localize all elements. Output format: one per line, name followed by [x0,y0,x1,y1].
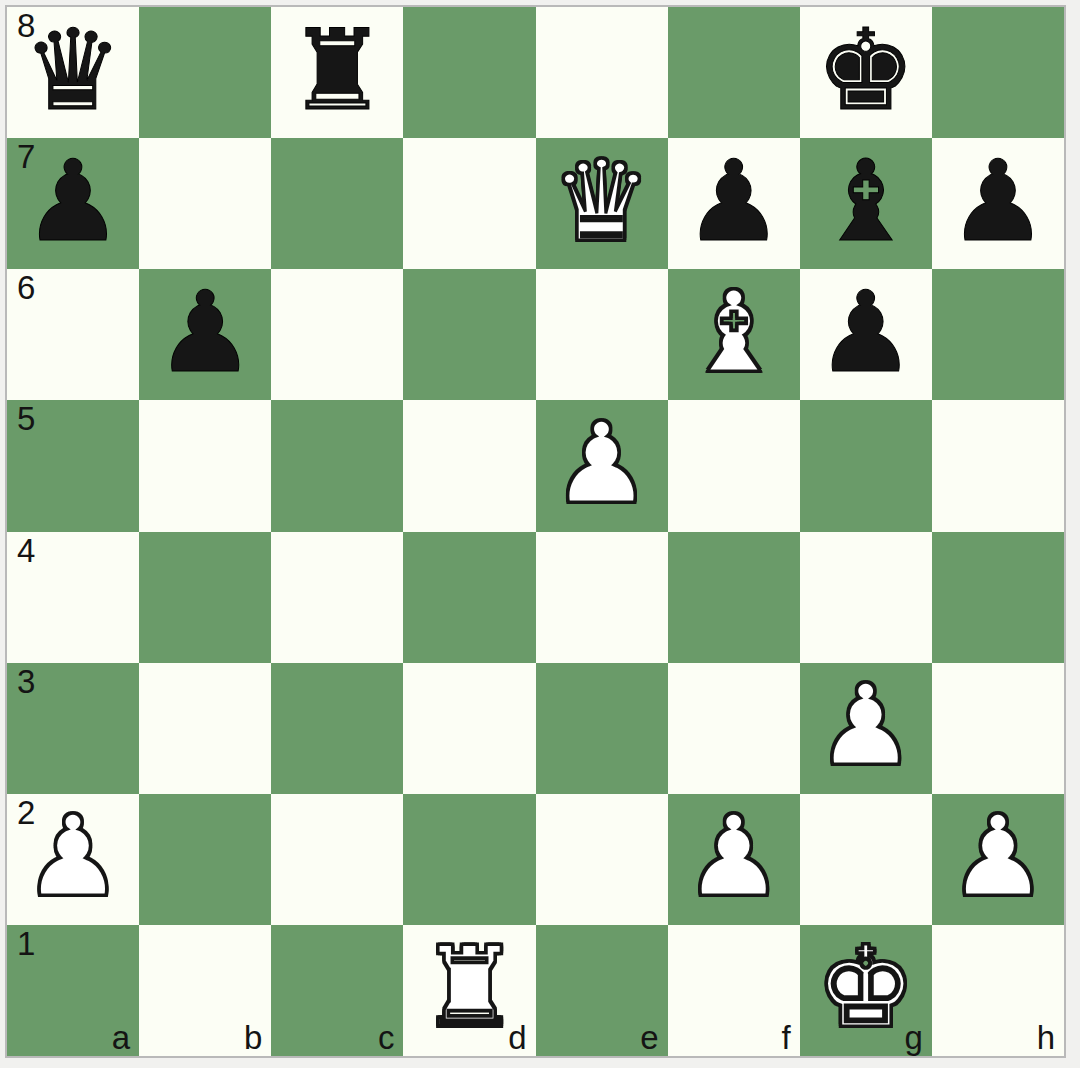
square-f5[interactable] [668,400,800,531]
chess-board: 8♛♜♚7♟♛♟♝♟6♟♝♟5♟43♟2♟♟♟1abcd♜efg♚h [7,7,1064,1056]
black-queen-a8[interactable]: ♛ [23,14,123,126]
file-label-h: h [1037,1020,1055,1056]
square-h2[interactable]: ♟ [932,794,1064,925]
square-h4[interactable] [932,532,1064,663]
file-label-c: c [378,1020,395,1056]
square-c7[interactable] [271,138,403,269]
square-a7[interactable]: 7♟ [7,138,139,269]
square-d7[interactable] [403,138,535,269]
square-c3[interactable] [271,663,403,794]
square-e5[interactable]: ♟ [536,400,668,531]
square-d4[interactable] [403,532,535,663]
rank-label-1: 1 [17,926,35,962]
square-h6[interactable] [932,269,1064,400]
square-f6[interactable]: ♝ [668,269,800,400]
rank-label-5: 5 [17,401,35,437]
square-g8[interactable]: ♚ [800,7,932,138]
white-pawn-a2[interactable]: ♟ [23,800,123,912]
square-g7[interactable]: ♝ [800,138,932,269]
square-g3[interactable]: ♟ [800,663,932,794]
square-a4[interactable]: 4 [7,532,139,663]
square-b4[interactable] [139,532,271,663]
white-pawn-h2[interactable]: ♟ [948,800,1048,912]
square-g6[interactable]: ♟ [800,269,932,400]
square-c5[interactable] [271,400,403,531]
file-label-d: d [508,1020,526,1056]
square-c2[interactable] [271,794,403,925]
black-rook-c8[interactable]: ♜ [287,14,387,126]
square-h1[interactable]: h [932,925,1064,1056]
square-a1[interactable]: 1a [7,925,139,1056]
square-b7[interactable] [139,138,271,269]
file-label-g: g [905,1020,923,1056]
square-g5[interactable] [800,400,932,531]
square-c8[interactable]: ♜ [271,7,403,138]
square-a8[interactable]: 8♛ [7,7,139,138]
square-f3[interactable] [668,663,800,794]
square-g1[interactable]: g♚ [800,925,932,1056]
square-d2[interactable] [403,794,535,925]
white-king-g1[interactable]: ♚ [816,931,916,1043]
white-pawn-g3[interactable]: ♟ [816,669,916,781]
square-c1[interactable]: c [271,925,403,1056]
black-pawn-a7[interactable]: ♟ [23,145,123,257]
square-f7[interactable]: ♟ [668,138,800,269]
file-label-f: f [782,1020,791,1056]
square-b1[interactable]: b [139,925,271,1056]
square-e1[interactable]: e [536,925,668,1056]
square-e2[interactable] [536,794,668,925]
rank-label-8: 8 [17,8,35,44]
black-pawn-h7[interactable]: ♟ [948,145,1048,257]
rank-label-4: 4 [17,533,35,569]
square-e7[interactable]: ♛ [536,138,668,269]
file-label-a: a [112,1020,130,1056]
square-a5[interactable]: 5 [7,400,139,531]
square-f1[interactable]: f [668,925,800,1056]
square-d6[interactable] [403,269,535,400]
black-pawn-f7[interactable]: ♟ [683,145,783,257]
rank-label-2: 2 [17,795,35,831]
black-king-g8[interactable]: ♚ [816,14,916,126]
square-e3[interactable] [536,663,668,794]
square-f2[interactable]: ♟ [668,794,800,925]
square-a2[interactable]: 2♟ [7,794,139,925]
square-b5[interactable] [139,400,271,531]
rank-label-7: 7 [17,139,35,175]
white-pawn-e5[interactable]: ♟ [551,407,651,519]
black-pawn-g6[interactable]: ♟ [816,276,916,388]
square-h5[interactable] [932,400,1064,531]
square-f8[interactable] [668,7,800,138]
square-f4[interactable] [668,532,800,663]
rank-label-6: 6 [17,270,35,306]
square-e6[interactable] [536,269,668,400]
square-c6[interactable] [271,269,403,400]
rank-label-3: 3 [17,664,35,700]
square-b3[interactable] [139,663,271,794]
square-d8[interactable] [403,7,535,138]
square-g2[interactable] [800,794,932,925]
square-c4[interactable] [271,532,403,663]
square-a6[interactable]: 6 [7,269,139,400]
square-e4[interactable] [536,532,668,663]
square-b6[interactable]: ♟ [139,269,271,400]
white-rook-d1[interactable]: ♜ [419,931,519,1043]
black-bishop-g7[interactable]: ♝ [816,145,916,257]
black-pawn-b6[interactable]: ♟ [155,276,255,388]
white-bishop-f6[interactable]: ♝ [683,276,783,388]
white-queen-e7[interactable]: ♛ [551,145,651,257]
square-d3[interactable] [403,663,535,794]
square-g4[interactable] [800,532,932,663]
square-h7[interactable]: ♟ [932,138,1064,269]
square-d1[interactable]: d♜ [403,925,535,1056]
square-e8[interactable] [536,7,668,138]
square-h8[interactable] [932,7,1064,138]
file-label-b: b [244,1020,262,1056]
square-d5[interactable] [403,400,535,531]
square-b8[interactable] [139,7,271,138]
board-frame: 8♛♜♚7♟♛♟♝♟6♟♝♟5♟43♟2♟♟♟1abcd♜efg♚h [5,5,1066,1058]
square-h3[interactable] [932,663,1064,794]
white-pawn-f2[interactable]: ♟ [683,800,783,912]
file-label-e: e [640,1020,658,1056]
square-a3[interactable]: 3 [7,663,139,794]
square-b2[interactable] [139,794,271,925]
